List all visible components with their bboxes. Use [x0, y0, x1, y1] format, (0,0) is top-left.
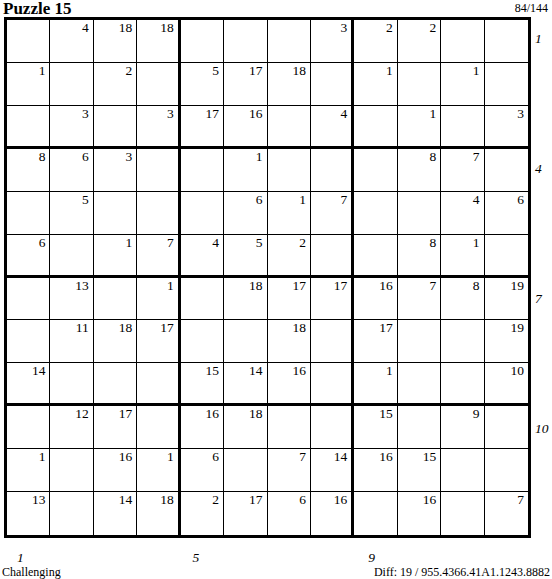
cell-r8c6[interactable] — [224, 320, 267, 363]
cell-r9c11[interactable] — [441, 363, 484, 406]
cell-r10c6[interactable]: 18 — [224, 406, 267, 449]
cell-r3c12[interactable]: 3 — [485, 106, 528, 149]
row-label-1: 1 — [535, 31, 542, 47]
cell-r11c11[interactable] — [441, 449, 484, 492]
cell-clue: 17 — [292, 279, 306, 293]
cell-clue: 1 — [386, 64, 393, 78]
cell-clue: 16 — [119, 450, 133, 464]
row-label-10: 10 — [535, 421, 549, 437]
cell-r9c6[interactable]: 14 — [224, 363, 267, 406]
cell-r2c5[interactable]: 5 — [181, 63, 224, 106]
cell-r8c1[interactable] — [7, 320, 50, 363]
cell-clue: 5 — [82, 193, 89, 207]
cell-r8c5[interactable] — [181, 320, 224, 363]
cell-r3c7[interactable] — [268, 106, 311, 149]
cell-clue: 17 — [206, 107, 220, 121]
cell-r9c7[interactable]: 16 — [268, 363, 311, 406]
row-label-4: 4 — [535, 161, 542, 177]
cell-clue: 7 — [341, 193, 348, 207]
cell-clue: 16 — [379, 450, 393, 464]
cell-r10c2[interactable]: 12 — [50, 406, 93, 449]
cell-r9c1[interactable]: 14 — [7, 363, 50, 406]
cell-r7c12[interactable]: 19 — [485, 278, 528, 321]
cell-clue: 17 — [119, 407, 133, 421]
cell-r9c12[interactable]: 10 — [485, 363, 528, 406]
cell-r11c9[interactable]: 16 — [354, 449, 397, 492]
cell-r11c4[interactable]: 1 — [137, 449, 180, 492]
cell-r10c4[interactable] — [137, 406, 180, 449]
cell-r6c2[interactable] — [50, 235, 93, 278]
cell-r8c9[interactable]: 17 — [354, 320, 397, 363]
cell-clue: 16 — [292, 364, 306, 378]
cell-r10c5[interactable]: 16 — [181, 406, 224, 449]
cell-clue: 19 — [511, 279, 525, 293]
cell-r8c4[interactable]: 17 — [137, 320, 180, 363]
cell-r2c4[interactable] — [137, 63, 180, 106]
cell-r3c3[interactable] — [94, 106, 137, 149]
cell-r7c11[interactable]: 8 — [441, 278, 484, 321]
cell-clue: 18 — [160, 493, 174, 507]
cell-r5c11[interactable]: 4 — [441, 192, 484, 235]
cell-r8c12[interactable]: 19 — [485, 320, 528, 363]
cell-r9c2[interactable] — [50, 363, 93, 406]
cell-r8c8[interactable] — [311, 320, 354, 363]
cell-r6c3[interactable]: 1 — [94, 235, 137, 278]
cell-r1c3[interactable]: 18 — [94, 20, 137, 63]
cell-r7c9[interactable]: 16 — [354, 278, 397, 321]
cell-clue: 1 — [39, 64, 46, 78]
cell-r7c6[interactable]: 18 — [224, 278, 267, 321]
cell-r8c7[interactable]: 18 — [268, 320, 311, 363]
cell-clue: 18 — [292, 321, 306, 335]
cell-clue: 18 — [292, 64, 306, 78]
cell-r8c2[interactable]: 11 — [50, 320, 93, 363]
cell-clue: 19 — [511, 321, 525, 335]
col-label-1: 1 — [17, 550, 24, 566]
cell-r2c8[interactable] — [311, 63, 354, 106]
cell-r12c11[interactable] — [441, 492, 484, 535]
cell-r6c6[interactable]: 5 — [224, 235, 267, 278]
cell-r3c11[interactable] — [441, 106, 484, 149]
cell-r5c1[interactable] — [7, 192, 50, 235]
cell-clue: 1 — [167, 279, 174, 293]
row-label-7: 7 — [535, 291, 542, 307]
cell-r2c2[interactable] — [50, 63, 93, 106]
cell-clue: 17 — [249, 64, 263, 78]
cell-r4c6[interactable]: 1 — [224, 149, 267, 192]
cell-r6c1[interactable]: 6 — [7, 235, 50, 278]
cell-r2c11[interactable]: 1 — [441, 63, 484, 106]
cell-clue: 6 — [299, 493, 306, 507]
cell-clue: 1 — [39, 450, 46, 464]
cell-r3c4[interactable]: 3 — [137, 106, 180, 149]
cell-r1c4[interactable]: 18 — [137, 20, 180, 63]
page-title: Puzzle 15 — [3, 0, 71, 17]
cell-r4c8[interactable] — [311, 149, 354, 192]
cell-clue: 4 — [212, 236, 219, 250]
cell-clue: 16 — [379, 279, 393, 293]
cell-r12c1[interactable]: 13 — [7, 492, 50, 535]
cell-clue: 6 — [256, 193, 263, 207]
cell-r12c9[interactable] — [354, 492, 397, 535]
cell-clue: 6 — [39, 236, 46, 250]
cell-clue: 15 — [379, 407, 393, 421]
cell-r10c3[interactable]: 17 — [94, 406, 137, 449]
cell-r12c6[interactable]: 17 — [224, 492, 267, 535]
cell-r6c7[interactable]: 2 — [268, 235, 311, 278]
cell-r5c3[interactable] — [94, 192, 137, 235]
cell-r7c5[interactable] — [181, 278, 224, 321]
cell-r1c8[interactable]: 3 — [311, 20, 354, 63]
cell-r2c7[interactable]: 18 — [268, 63, 311, 106]
cell-clue: 3 — [82, 107, 89, 121]
cell-r6c11[interactable]: 1 — [441, 235, 484, 278]
cell-r6c4[interactable]: 7 — [137, 235, 180, 278]
cell-r10c1[interactable] — [7, 406, 50, 449]
cell-clue: 1 — [473, 236, 480, 250]
cell-clue: 17 — [249, 493, 263, 507]
cell-clue: 6 — [212, 450, 219, 464]
col-label-5: 5 — [193, 550, 200, 566]
cell-clue: 16 — [423, 493, 437, 507]
cell-clue: 1 — [473, 64, 480, 78]
cell-clue: 7 — [517, 493, 524, 507]
cell-r5c7[interactable]: 1 — [268, 192, 311, 235]
cell-clue: 12 — [75, 407, 89, 421]
cell-r11c12[interactable] — [485, 449, 528, 492]
cell-r7c2[interactable]: 13 — [50, 278, 93, 321]
cell-clue: 18 — [249, 407, 263, 421]
cell-r7c8[interactable]: 17 — [311, 278, 354, 321]
cell-r1c6[interactable] — [224, 20, 267, 63]
cell-r12c12[interactable]: 7 — [485, 492, 528, 535]
cell-r11c8[interactable]: 14 — [311, 449, 354, 492]
cell-clue: 11 — [76, 321, 89, 335]
cell-r4c4[interactable] — [137, 149, 180, 192]
cell-r9c9[interactable]: 1 — [354, 363, 397, 406]
cell-r7c10[interactable]: 7 — [398, 278, 441, 321]
cell-r3c1[interactable] — [7, 106, 50, 149]
cell-clue: 9 — [473, 407, 480, 421]
cell-r2c9[interactable]: 1 — [354, 63, 397, 106]
cell-r1c2[interactable]: 4 — [50, 20, 93, 63]
cell-r6c12[interactable] — [485, 235, 528, 278]
cell-clue: 3 — [517, 107, 524, 121]
cell-clue: 2 — [212, 493, 219, 507]
cell-clue: 3 — [167, 107, 174, 121]
cell-r5c10[interactable] — [398, 192, 441, 235]
cell-clue: 6 — [517, 193, 524, 207]
difficulty-info: Diff: 19 / 955.4366.41A1.1243.8882 — [374, 566, 550, 579]
cell-clue: 13 — [75, 279, 89, 293]
cell-clue: 2 — [126, 64, 133, 78]
cell-r12c7[interactable]: 6 — [268, 492, 311, 535]
cell-r5c2[interactable]: 5 — [50, 192, 93, 235]
cell-clue: 14 — [119, 493, 133, 507]
cell-r4c1[interactable]: 8 — [7, 149, 50, 192]
cell-r1c12[interactable] — [485, 20, 528, 63]
puzzle-board: 4181832212517181133171641386318756174661… — [4, 17, 531, 538]
cell-r11c5[interactable]: 6 — [181, 449, 224, 492]
cell-r12c5[interactable]: 2 — [181, 492, 224, 535]
cell-clue: 17 — [379, 321, 393, 335]
cell-r11c2[interactable] — [50, 449, 93, 492]
cell-r9c4[interactable] — [137, 363, 180, 406]
cell-clue: 18 — [119, 21, 133, 35]
cell-clue: 14 — [249, 364, 263, 378]
cell-r4c11[interactable]: 7 — [441, 149, 484, 192]
cell-r10c9[interactable]: 15 — [354, 406, 397, 449]
cell-clue: 1 — [386, 364, 393, 378]
cell-r7c3[interactable] — [94, 278, 137, 321]
cell-clue: 4 — [341, 107, 348, 121]
cell-clue: 16 — [206, 407, 220, 421]
cell-clue: 7 — [299, 450, 306, 464]
cell-r7c7[interactable]: 17 — [268, 278, 311, 321]
cell-r3c8[interactable]: 4 — [311, 106, 354, 149]
cell-r10c10[interactable] — [398, 406, 441, 449]
cell-r2c3[interactable]: 2 — [94, 63, 137, 106]
cell-r5c4[interactable] — [137, 192, 180, 235]
cell-clue: 8 — [429, 150, 436, 164]
cell-clue: 1 — [167, 450, 174, 464]
cell-clue: 15 — [423, 450, 437, 464]
cell-r4c3[interactable]: 3 — [94, 149, 137, 192]
cell-r11c10[interactable]: 15 — [398, 449, 441, 492]
cell-r2c12[interactable] — [485, 63, 528, 106]
cell-clue: 4 — [473, 193, 480, 207]
cell-clue: 8 — [473, 279, 480, 293]
cell-r3c10[interactable]: 1 — [398, 106, 441, 149]
cell-clue: 1 — [299, 193, 306, 207]
cell-r6c10[interactable]: 8 — [398, 235, 441, 278]
cell-r5c12[interactable]: 6 — [485, 192, 528, 235]
puzzle-page: Puzzle 15 84/144 41818322125171811331716… — [0, 0, 552, 579]
cell-r9c5[interactable]: 15 — [181, 363, 224, 406]
cell-r4c10[interactable]: 8 — [398, 149, 441, 192]
cell-r10c11[interactable]: 9 — [441, 406, 484, 449]
cell-clue: 1 — [429, 107, 436, 121]
cell-r1c7[interactable] — [268, 20, 311, 63]
cell-r6c8[interactable] — [311, 235, 354, 278]
cell-clue: 3 — [341, 21, 348, 35]
cell-r6c5[interactable]: 4 — [181, 235, 224, 278]
cell-r11c7[interactable]: 7 — [268, 449, 311, 492]
cell-r1c9[interactable]: 2 — [354, 20, 397, 63]
cell-clue: 7 — [429, 279, 436, 293]
cell-r3c2[interactable]: 3 — [50, 106, 93, 149]
cell-clue: 8 — [429, 236, 436, 250]
cell-clue: 10 — [511, 364, 525, 378]
cell-r1c1[interactable] — [7, 20, 50, 63]
cell-r1c10[interactable]: 2 — [398, 20, 441, 63]
cell-r5c6[interactable]: 6 — [224, 192, 267, 235]
cell-r12c4[interactable]: 18 — [137, 492, 180, 535]
cell-r7c4[interactable]: 1 — [137, 278, 180, 321]
cell-r12c3[interactable]: 14 — [94, 492, 137, 535]
cell-r10c12[interactable] — [485, 406, 528, 449]
cell-r3c5[interactable]: 17 — [181, 106, 224, 149]
cell-r8c10[interactable] — [398, 320, 441, 363]
cell-clue: 13 — [32, 493, 46, 507]
cell-r10c7[interactable] — [268, 406, 311, 449]
cell-r5c5[interactable] — [181, 192, 224, 235]
cell-r3c6[interactable]: 16 — [224, 106, 267, 149]
cell-clue: 8 — [39, 150, 46, 164]
cell-r11c6[interactable] — [224, 449, 267, 492]
cell-clue: 16 — [249, 107, 263, 121]
cell-clue: 5 — [256, 236, 263, 250]
cell-clue: 3 — [126, 150, 133, 164]
cell-r2c6[interactable]: 17 — [224, 63, 267, 106]
cell-clue: 4 — [82, 21, 89, 35]
cell-r1c11[interactable] — [441, 20, 484, 63]
cell-clue: 18 — [160, 21, 174, 35]
cell-clue: 18 — [249, 279, 263, 293]
cell-clue: 2 — [386, 21, 393, 35]
cell-r9c8[interactable] — [311, 363, 354, 406]
cell-r8c11[interactable] — [441, 320, 484, 363]
cell-r4c5[interactable] — [181, 149, 224, 192]
cell-r8c3[interactable]: 18 — [94, 320, 137, 363]
cell-clue: 18 — [119, 321, 133, 335]
cell-r4c2[interactable]: 6 — [50, 149, 93, 192]
cell-r3c9[interactable] — [354, 106, 397, 149]
cell-r5c8[interactable]: 7 — [311, 192, 354, 235]
cell-clue: 14 — [32, 364, 46, 378]
cell-clue: 2 — [299, 236, 306, 250]
cell-r12c2[interactable] — [50, 492, 93, 535]
cell-clue: 16 — [334, 493, 348, 507]
cell-r4c7[interactable] — [268, 149, 311, 192]
cell-r1c5[interactable] — [181, 20, 224, 63]
cell-clue: 1 — [126, 236, 133, 250]
cell-clue: 1 — [256, 150, 263, 164]
cell-clue: 7 — [167, 236, 174, 250]
cell-r4c9[interactable] — [354, 149, 397, 192]
cell-r2c10[interactable] — [398, 63, 441, 106]
cell-clue: 15 — [206, 364, 220, 378]
cell-r5c9[interactable] — [354, 192, 397, 235]
cell-r12c8[interactable]: 16 — [311, 492, 354, 535]
cell-r4c12[interactable] — [485, 149, 528, 192]
clue-counter: 84/144 — [515, 2, 548, 14]
cell-r11c1[interactable]: 1 — [7, 449, 50, 492]
difficulty-label: Challenging — [2, 566, 61, 579]
cell-clue: 2 — [429, 21, 436, 35]
cell-r12c10[interactable]: 16 — [398, 492, 441, 535]
cell-clue: 6 — [82, 150, 89, 164]
cell-r9c3[interactable] — [94, 363, 137, 406]
cell-clue: 17 — [334, 279, 348, 293]
cell-r2c1[interactable]: 1 — [7, 63, 50, 106]
cell-clue: 7 — [473, 150, 480, 164]
cell-r10c8[interactable] — [311, 406, 354, 449]
cell-r9c10[interactable] — [398, 363, 441, 406]
cell-clue: 17 — [160, 321, 174, 335]
cell-r7c1[interactable] — [7, 278, 50, 321]
cell-r11c3[interactable]: 16 — [94, 449, 137, 492]
cell-r6c9[interactable] — [354, 235, 397, 278]
cell-clue: 14 — [334, 450, 348, 464]
col-label-9: 9 — [368, 550, 375, 566]
cell-clue: 5 — [212, 64, 219, 78]
